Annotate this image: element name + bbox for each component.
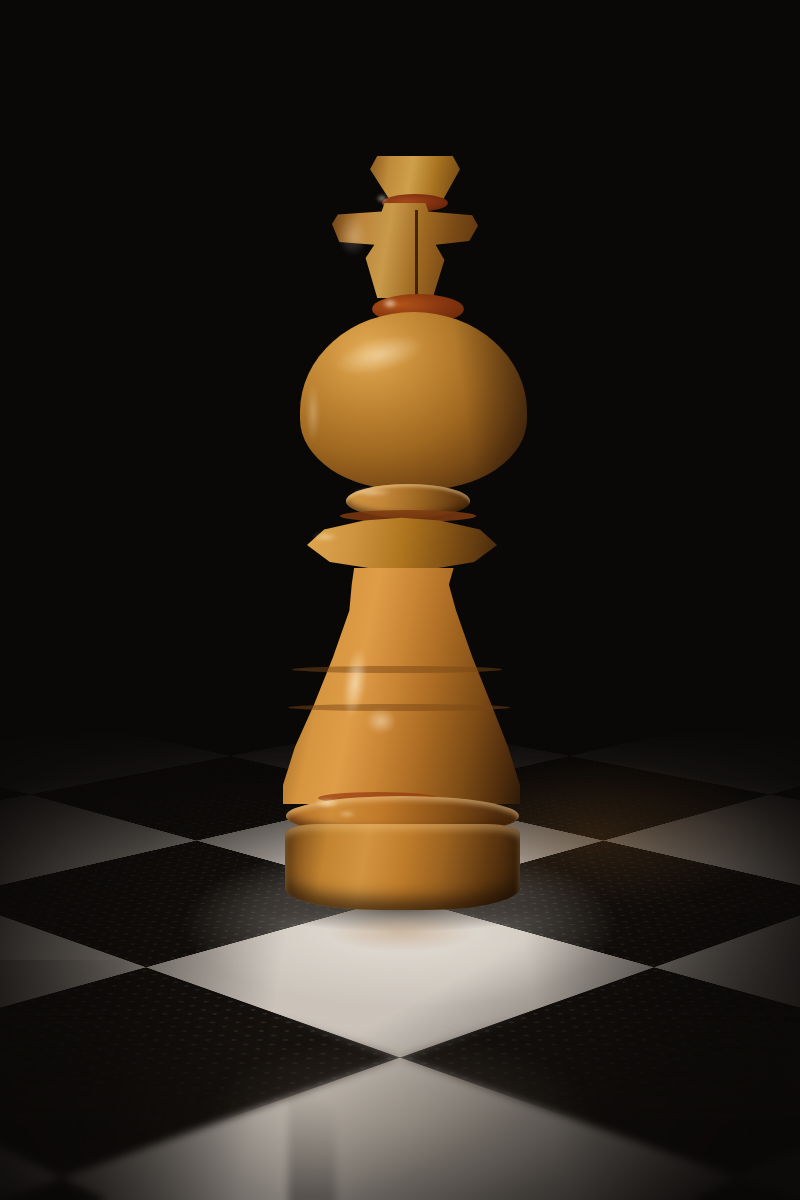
gloss-highlight [306,383,320,443]
gloss-highlight [338,216,368,256]
gloss-highlight [376,194,388,203]
white-king-piece[interactable]: ♔ [278,148,528,910]
gloss-highlight [338,810,356,818]
king-base-drum [285,824,520,910]
gloss-highlight [314,798,340,808]
king-stem-and-bell [283,568,520,804]
gloss-highlight [382,298,398,309]
king-bell-ridge [292,666,502,673]
gloss-highlight [366,708,396,734]
photo-stage: ♔ [0,0,800,1200]
king-cross-seam [415,210,418,294]
king-bell-ridge [288,704,510,711]
